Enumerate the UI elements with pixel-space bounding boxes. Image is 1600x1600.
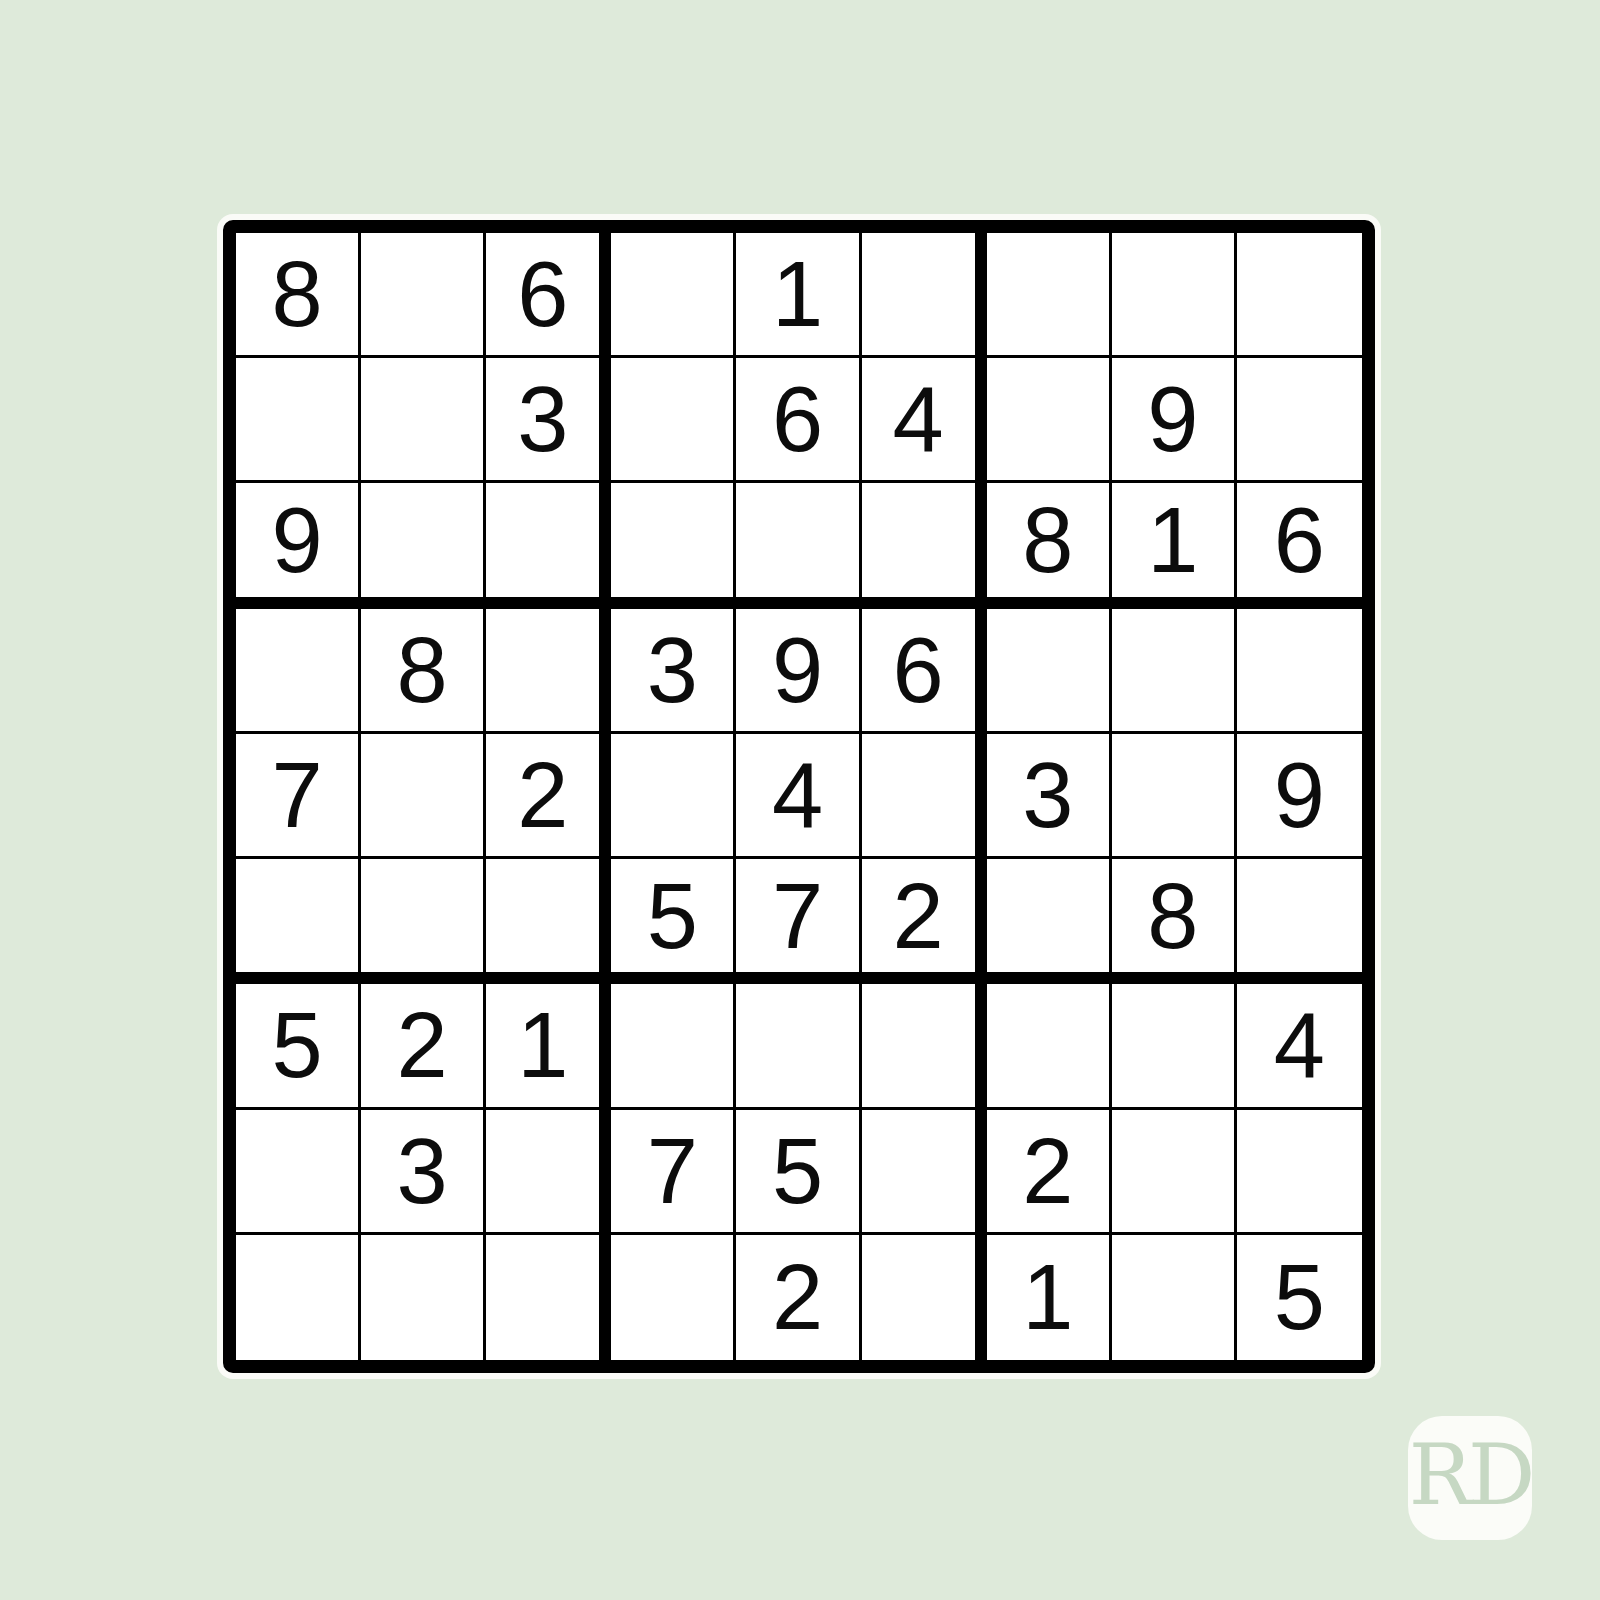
cell-r9c6[interactable] [862, 1235, 987, 1360]
cell-r6c8[interactable]: 8 [1112, 859, 1237, 984]
cell-r2c2[interactable] [361, 358, 486, 483]
cell-r7c6[interactable] [862, 984, 987, 1109]
cell-r5c6[interactable] [862, 734, 987, 859]
cell-r5c8[interactable] [1112, 734, 1237, 859]
cell-r9c1[interactable] [236, 1235, 361, 1360]
cell-r8c8[interactable] [1112, 1110, 1237, 1235]
cell-r4c8[interactable] [1112, 609, 1237, 734]
cell-r8c7[interactable]: 2 [987, 1110, 1112, 1235]
cell-r9c2[interactable] [361, 1235, 486, 1360]
cell-r2c9[interactable] [1237, 358, 1362, 483]
cell-r6c5[interactable]: 7 [736, 859, 861, 984]
cell-r7c9[interactable]: 4 [1237, 984, 1362, 1109]
cell-r6c4[interactable]: 5 [611, 859, 736, 984]
cell-r5c7[interactable]: 3 [987, 734, 1112, 859]
cell-r7c2[interactable]: 2 [361, 984, 486, 1109]
cell-r7c5[interactable] [736, 984, 861, 1109]
cell-r9c8[interactable] [1112, 1235, 1237, 1360]
cell-r1c3[interactable]: 6 [486, 233, 611, 358]
cell-r5c9[interactable]: 9 [1237, 734, 1362, 859]
cell-r2c7[interactable] [987, 358, 1112, 483]
cell-r3c7[interactable]: 8 [987, 483, 1112, 608]
cell-r2c3[interactable]: 3 [486, 358, 611, 483]
cell-r1c5[interactable]: 1 [736, 233, 861, 358]
cell-r5c1[interactable]: 7 [236, 734, 361, 859]
rd-logo-text: RD [1409, 1433, 1532, 1523]
cell-r6c9[interactable] [1237, 859, 1362, 984]
cell-r6c3[interactable] [486, 859, 611, 984]
cell-r8c5[interactable]: 5 [736, 1110, 861, 1235]
cell-r2c5[interactable]: 6 [736, 358, 861, 483]
cell-r7c7[interactable] [987, 984, 1112, 1109]
cell-r4c2[interactable]: 8 [361, 609, 486, 734]
cell-r5c3[interactable]: 2 [486, 734, 611, 859]
cell-r8c4[interactable]: 7 [611, 1110, 736, 1235]
cell-r3c3[interactable] [486, 483, 611, 608]
cell-r6c6[interactable]: 2 [862, 859, 987, 984]
cell-r9c4[interactable] [611, 1235, 736, 1360]
cell-r1c2[interactable] [361, 233, 486, 358]
cell-r5c5[interactable]: 4 [736, 734, 861, 859]
cell-r3c6[interactable] [862, 483, 987, 608]
page-background: 86136499816839672439572852143752215 RD [0, 0, 1600, 1600]
cell-r4c5[interactable]: 9 [736, 609, 861, 734]
cell-r1c6[interactable] [862, 233, 987, 358]
cell-r4c7[interactable] [987, 609, 1112, 734]
cell-r6c2[interactable] [361, 859, 486, 984]
cell-r3c1[interactable]: 9 [236, 483, 361, 608]
cell-r1c8[interactable] [1112, 233, 1237, 358]
cell-r3c5[interactable] [736, 483, 861, 608]
cell-r4c1[interactable] [236, 609, 361, 734]
cell-r7c8[interactable] [1112, 984, 1237, 1109]
cell-r4c6[interactable]: 6 [862, 609, 987, 734]
cell-r9c7[interactable]: 1 [987, 1235, 1112, 1360]
cell-r1c7[interactable] [987, 233, 1112, 358]
cell-r4c3[interactable] [486, 609, 611, 734]
cell-r7c4[interactable] [611, 984, 736, 1109]
cell-r8c3[interactable] [486, 1110, 611, 1235]
cell-r9c9[interactable]: 5 [1237, 1235, 1362, 1360]
cell-r6c7[interactable] [987, 859, 1112, 984]
cell-r8c9[interactable] [1237, 1110, 1362, 1235]
cell-r9c3[interactable] [486, 1235, 611, 1360]
cell-r8c6[interactable] [862, 1110, 987, 1235]
cell-r2c6[interactable]: 4 [862, 358, 987, 483]
rd-logo: RD [1408, 1416, 1532, 1540]
cell-r3c2[interactable] [361, 483, 486, 608]
cell-r7c3[interactable]: 1 [486, 984, 611, 1109]
cell-r1c9[interactable] [1237, 233, 1362, 358]
sudoku-board: 86136499816839672439572852143752215 [223, 220, 1375, 1373]
cell-r2c4[interactable] [611, 358, 736, 483]
cell-r4c4[interactable]: 3 [611, 609, 736, 734]
cell-r4c9[interactable] [1237, 609, 1362, 734]
cell-r2c1[interactable] [236, 358, 361, 483]
cell-r6c1[interactable] [236, 859, 361, 984]
cell-r8c1[interactable] [236, 1110, 361, 1235]
cell-r9c5[interactable]: 2 [736, 1235, 861, 1360]
cell-r3c8[interactable]: 1 [1112, 483, 1237, 608]
cell-r5c2[interactable] [361, 734, 486, 859]
cell-r8c2[interactable]: 3 [361, 1110, 486, 1235]
cell-r2c8[interactable]: 9 [1112, 358, 1237, 483]
cell-r7c1[interactable]: 5 [236, 984, 361, 1109]
cell-r5c4[interactable] [611, 734, 736, 859]
cell-r1c1[interactable]: 8 [236, 233, 361, 358]
cell-r3c4[interactable] [611, 483, 736, 608]
cell-r1c4[interactable] [611, 233, 736, 358]
cell-r3c9[interactable]: 6 [1237, 483, 1362, 608]
